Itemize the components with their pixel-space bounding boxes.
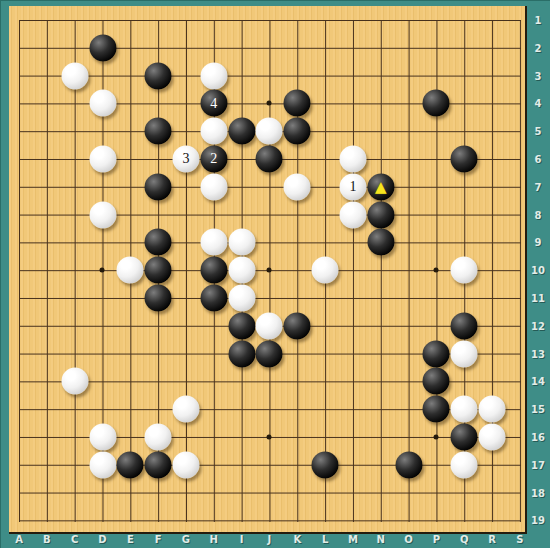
board-intersection-L13[interactable] [311, 340, 339, 368]
board-intersection-G1[interactable] [172, 6, 200, 34]
white-stone-D16[interactable] [89, 423, 116, 450]
board-intersection-F8[interactable] [144, 201, 172, 229]
board-intersection-B4[interactable] [33, 89, 61, 117]
board-intersection-J1[interactable] [256, 6, 284, 34]
board-intersection-O16[interactable] [395, 423, 423, 451]
board-intersection-M6[interactable] [339, 145, 367, 173]
board-intersection-K7[interactable] [283, 173, 311, 201]
board-intersection-K18[interactable] [283, 479, 311, 507]
board-intersection-N7[interactable]: ▲ [367, 173, 395, 201]
board-intersection-E16[interactable] [116, 423, 144, 451]
board-intersection-D7[interactable] [89, 173, 117, 201]
board-intersection-N4[interactable] [367, 89, 395, 117]
board-intersection-M14[interactable] [339, 367, 367, 395]
board-intersection-E9[interactable] [116, 228, 144, 256]
board-intersection-C7[interactable] [61, 173, 89, 201]
board-intersection-P11[interactable] [423, 284, 451, 312]
board-intersection-Q10[interactable] [450, 256, 478, 284]
board-intersection-B15[interactable] [33, 395, 61, 423]
board-intersection-O8[interactable] [395, 201, 423, 229]
black-stone-H6[interactable]: 2 [200, 145, 227, 172]
white-stone-D17[interactable] [89, 451, 116, 478]
board-intersection-I1[interactable] [228, 6, 256, 34]
board-intersection-K11[interactable] [283, 284, 311, 312]
board-intersection-O11[interactable] [395, 284, 423, 312]
board-intersection-F10[interactable] [144, 256, 172, 284]
board-intersection-S18[interactable] [506, 479, 534, 507]
board-intersection-J10[interactable] [256, 256, 284, 284]
board-intersection-K8[interactable] [283, 201, 311, 229]
board-intersection-D17[interactable] [89, 451, 117, 479]
board-intersection-I16[interactable] [228, 423, 256, 451]
board-intersection-O3[interactable] [395, 62, 423, 90]
board-intersection-M1[interactable] [339, 6, 367, 34]
board-intersection-J17[interactable] [256, 451, 284, 479]
board-intersection-E4[interactable] [116, 89, 144, 117]
board-intersection-F4[interactable] [144, 89, 172, 117]
black-stone-K5[interactable] [284, 118, 311, 145]
board-intersection-P16[interactable] [423, 423, 451, 451]
board-intersection-A10[interactable] [5, 256, 33, 284]
white-stone-D4[interactable] [89, 90, 116, 117]
board-intersection-J13[interactable] [256, 340, 284, 368]
board-intersection-D9[interactable] [89, 228, 117, 256]
board-intersection-O2[interactable] [395, 34, 423, 62]
board-intersection-O5[interactable] [395, 117, 423, 145]
board-intersection-K2[interactable] [283, 34, 311, 62]
board-intersection-O10[interactable] [395, 256, 423, 284]
white-stone-R16[interactable] [479, 423, 506, 450]
board-intersection-I11[interactable] [228, 284, 256, 312]
board-intersection-D19[interactable] [89, 506, 117, 534]
board-intersection-S5[interactable] [506, 117, 534, 145]
board-intersection-J2[interactable] [256, 34, 284, 62]
board-intersection-O18[interactable] [395, 479, 423, 507]
board-intersection-K1[interactable] [283, 6, 311, 34]
board-intersection-C14[interactable] [61, 367, 89, 395]
board-intersection-C4[interactable] [61, 89, 89, 117]
board-intersection-C2[interactable] [61, 34, 89, 62]
board-intersection-A19[interactable] [5, 506, 33, 534]
board-intersection-M2[interactable] [339, 34, 367, 62]
board-intersection-L7[interactable] [311, 173, 339, 201]
board-intersection-H7[interactable] [200, 173, 228, 201]
board-intersection-Q4[interactable] [450, 89, 478, 117]
board-intersection-M8[interactable] [339, 201, 367, 229]
board-intersection-R8[interactable] [478, 201, 506, 229]
board-intersection-K14[interactable] [283, 367, 311, 395]
board-intersection-G9[interactable] [172, 228, 200, 256]
board-intersection-G18[interactable] [172, 479, 200, 507]
board-intersection-B18[interactable] [33, 479, 61, 507]
white-stone-G15[interactable] [172, 396, 199, 423]
black-stone-E17[interactable] [117, 451, 144, 478]
board-intersection-P3[interactable] [423, 62, 451, 90]
white-stone-M7[interactable]: 1 [339, 173, 366, 200]
black-stone-Q6[interactable] [451, 145, 478, 172]
board-intersection-O7[interactable] [395, 173, 423, 201]
board-intersection-S17[interactable] [506, 451, 534, 479]
board-intersection-N9[interactable] [367, 228, 395, 256]
board-intersection-E10[interactable] [116, 256, 144, 284]
board-intersection-S14[interactable] [506, 367, 534, 395]
white-stone-H7[interactable] [200, 173, 227, 200]
board-intersection-D4[interactable] [89, 89, 117, 117]
board-intersection-B8[interactable] [33, 201, 61, 229]
board-intersection-H17[interactable] [200, 451, 228, 479]
board-intersection-Q9[interactable] [450, 228, 478, 256]
black-stone-I5[interactable] [228, 118, 255, 145]
board-intersection-A5[interactable] [5, 117, 33, 145]
board-intersection-P10[interactable] [423, 256, 451, 284]
board-intersection-C6[interactable] [61, 145, 89, 173]
white-stone-G17[interactable] [172, 451, 199, 478]
board-intersection-Q5[interactable] [450, 117, 478, 145]
board-intersection-R18[interactable] [478, 479, 506, 507]
board-intersection-L9[interactable] [311, 228, 339, 256]
board-intersection-O13[interactable] [395, 340, 423, 368]
board-intersection-E13[interactable] [116, 340, 144, 368]
black-stone-J6[interactable] [256, 145, 283, 172]
board-intersection-F11[interactable] [144, 284, 172, 312]
board-intersection-L15[interactable] [311, 395, 339, 423]
board-intersection-D8[interactable] [89, 201, 117, 229]
board-intersection-G8[interactable] [172, 201, 200, 229]
board-intersection-C13[interactable] [61, 340, 89, 368]
board-intersection-H12[interactable] [200, 312, 228, 340]
board-intersection-L2[interactable] [311, 34, 339, 62]
board-intersection-J3[interactable] [256, 62, 284, 90]
board-intersection-F6[interactable] [144, 145, 172, 173]
board-intersection-J9[interactable] [256, 228, 284, 256]
board-intersection-K19[interactable] [283, 506, 311, 534]
board-intersection-G6[interactable]: 3 [172, 145, 200, 173]
white-stone-H3[interactable] [200, 62, 227, 89]
board-intersection-F12[interactable] [144, 312, 172, 340]
black-stone-H10[interactable] [200, 257, 227, 284]
black-stone-P14[interactable] [423, 368, 450, 395]
board-intersection-I10[interactable] [228, 256, 256, 284]
board-intersection-H5[interactable] [200, 117, 228, 145]
board-intersection-J19[interactable] [256, 506, 284, 534]
board-intersection-P13[interactable] [423, 340, 451, 368]
board-intersection-Q3[interactable] [450, 62, 478, 90]
black-stone-F11[interactable] [145, 284, 172, 311]
black-stone-F7[interactable] [145, 173, 172, 200]
board-intersection-B1[interactable] [33, 6, 61, 34]
board-intersection-E17[interactable] [116, 451, 144, 479]
board-intersection-P7[interactable] [423, 173, 451, 201]
board-intersection-E1[interactable] [116, 6, 144, 34]
board-intersection-N14[interactable] [367, 367, 395, 395]
board-intersection-Q11[interactable] [450, 284, 478, 312]
board-intersection-F19[interactable] [144, 506, 172, 534]
board-intersection-J12[interactable] [256, 312, 284, 340]
board-intersection-J5[interactable] [256, 117, 284, 145]
board-intersection-I3[interactable] [228, 62, 256, 90]
board-intersection-N12[interactable] [367, 312, 395, 340]
board-intersection-C15[interactable] [61, 395, 89, 423]
board-intersection-P12[interactable] [423, 312, 451, 340]
board-intersection-L8[interactable] [311, 201, 339, 229]
board-intersection-E2[interactable] [116, 34, 144, 62]
board-intersection-D1[interactable] [89, 6, 117, 34]
board-intersection-H18[interactable] [200, 479, 228, 507]
board-intersection-F14[interactable] [144, 367, 172, 395]
black-stone-P15[interactable] [423, 396, 450, 423]
board-intersection-P9[interactable] [423, 228, 451, 256]
board-intersection-N6[interactable] [367, 145, 395, 173]
board-intersection-P19[interactable] [423, 506, 451, 534]
board-intersection-Q13[interactable] [450, 340, 478, 368]
board-intersection-N19[interactable] [367, 506, 395, 534]
board-intersection-D10[interactable] [89, 256, 117, 284]
board-intersection-L19[interactable] [311, 506, 339, 534]
white-stone-E10[interactable] [117, 257, 144, 284]
board-intersection-H2[interactable] [200, 34, 228, 62]
board-intersection-J4[interactable] [256, 89, 284, 117]
board-intersection-F17[interactable] [144, 451, 172, 479]
board-intersection-L18[interactable] [311, 479, 339, 507]
white-stone-D8[interactable] [89, 201, 116, 228]
board-intersection-G7[interactable] [172, 173, 200, 201]
board-intersection-M7[interactable]: 1 [339, 173, 367, 201]
board-intersection-M15[interactable] [339, 395, 367, 423]
board-intersection-N17[interactable] [367, 451, 395, 479]
black-stone-F17[interactable] [145, 451, 172, 478]
board-intersection-Q16[interactable] [450, 423, 478, 451]
board-intersection-N11[interactable] [367, 284, 395, 312]
board-intersection-Q17[interactable] [450, 451, 478, 479]
board-intersection-G4[interactable] [172, 89, 200, 117]
board-intersection-A3[interactable] [5, 62, 33, 90]
board-intersection-E6[interactable] [116, 145, 144, 173]
board-intersection-A16[interactable] [5, 423, 33, 451]
board-intersection-N16[interactable] [367, 423, 395, 451]
board-intersection-E18[interactable] [116, 479, 144, 507]
black-stone-F5[interactable] [145, 118, 172, 145]
board-intersection-G3[interactable] [172, 62, 200, 90]
board-intersection-C8[interactable] [61, 201, 89, 229]
board-intersection-N15[interactable] [367, 395, 395, 423]
board-intersection-P6[interactable] [423, 145, 451, 173]
board-intersection-G12[interactable] [172, 312, 200, 340]
black-stone-I12[interactable] [228, 312, 255, 339]
board-intersection-Q6[interactable] [450, 145, 478, 173]
board-intersection-D6[interactable] [89, 145, 117, 173]
board-intersection-A11[interactable] [5, 284, 33, 312]
board-intersection-C17[interactable] [61, 451, 89, 479]
board-intersection-H8[interactable] [200, 201, 228, 229]
board-intersection-A14[interactable] [5, 367, 33, 395]
board-intersection-Q12[interactable] [450, 312, 478, 340]
board-intersection-L12[interactable] [311, 312, 339, 340]
board-intersection-G15[interactable] [172, 395, 200, 423]
board-intersection-S13[interactable] [506, 340, 534, 368]
board-intersection-R16[interactable] [478, 423, 506, 451]
white-stone-C3[interactable] [61, 62, 88, 89]
board-intersection-A17[interactable] [5, 451, 33, 479]
board-intersection-B19[interactable] [33, 506, 61, 534]
board-intersection-A1[interactable] [5, 6, 33, 34]
white-stone-C14[interactable] [61, 368, 88, 395]
board-intersection-K9[interactable] [283, 228, 311, 256]
board-intersection-A18[interactable] [5, 479, 33, 507]
board-intersection-G16[interactable] [172, 423, 200, 451]
black-stone-Q16[interactable] [451, 423, 478, 450]
board-intersection-I9[interactable] [228, 228, 256, 256]
board-intersection-Q18[interactable] [450, 479, 478, 507]
board-intersection-I15[interactable] [228, 395, 256, 423]
board-intersection-K13[interactable] [283, 340, 311, 368]
board-intersection-R2[interactable] [478, 34, 506, 62]
board-intersection-I14[interactable] [228, 367, 256, 395]
white-stone-K7[interactable] [284, 173, 311, 200]
board-intersection-P14[interactable] [423, 367, 451, 395]
board-intersection-J7[interactable] [256, 173, 284, 201]
board-intersection-C19[interactable] [61, 506, 89, 534]
board-intersection-S11[interactable] [506, 284, 534, 312]
board-intersection-O17[interactable] [395, 451, 423, 479]
board-intersection-N5[interactable] [367, 117, 395, 145]
board-intersection-O12[interactable] [395, 312, 423, 340]
board-intersection-B3[interactable] [33, 62, 61, 90]
board-intersection-A6[interactable] [5, 145, 33, 173]
board-intersection-C1[interactable] [61, 6, 89, 34]
board-intersection-H16[interactable] [200, 423, 228, 451]
black-stone-J13[interactable] [256, 340, 283, 367]
board-intersection-A12[interactable] [5, 312, 33, 340]
board-intersection-D12[interactable] [89, 312, 117, 340]
white-stone-L10[interactable] [312, 257, 339, 284]
board-intersection-R12[interactable] [478, 312, 506, 340]
board-intersection-P5[interactable] [423, 117, 451, 145]
black-stone-K12[interactable] [284, 312, 311, 339]
board-intersection-S1[interactable] [506, 6, 534, 34]
black-stone-I13[interactable] [228, 340, 255, 367]
board-intersection-Q7[interactable] [450, 173, 478, 201]
board-intersection-D14[interactable] [89, 367, 117, 395]
board-intersection-I13[interactable] [228, 340, 256, 368]
board-intersection-O15[interactable] [395, 395, 423, 423]
board-intersection-R3[interactable] [478, 62, 506, 90]
board-intersection-M9[interactable] [339, 228, 367, 256]
board-intersection-K6[interactable] [283, 145, 311, 173]
white-stone-Q15[interactable] [451, 396, 478, 423]
board-intersection-H6[interactable]: 2 [200, 145, 228, 173]
board-intersection-R6[interactable] [478, 145, 506, 173]
board-intersection-I6[interactable] [228, 145, 256, 173]
board-intersection-M3[interactable] [339, 62, 367, 90]
board-intersection-Q8[interactable] [450, 201, 478, 229]
board-intersection-A8[interactable] [5, 201, 33, 229]
black-stone-F10[interactable] [145, 257, 172, 284]
board-intersection-S19[interactable] [506, 506, 534, 534]
board-intersection-J8[interactable] [256, 201, 284, 229]
board-intersection-B12[interactable] [33, 312, 61, 340]
board-intersection-F2[interactable] [144, 34, 172, 62]
white-stone-J12[interactable] [256, 312, 283, 339]
board-intersection-N18[interactable] [367, 479, 395, 507]
board-intersection-B17[interactable] [33, 451, 61, 479]
board-intersection-G17[interactable] [172, 451, 200, 479]
board-intersection-R10[interactable] [478, 256, 506, 284]
board-intersection-Q14[interactable] [450, 367, 478, 395]
black-stone-D2[interactable] [89, 34, 116, 61]
board-intersection-H19[interactable] [200, 506, 228, 534]
board-intersection-D13[interactable] [89, 340, 117, 368]
board-intersection-R4[interactable] [478, 89, 506, 117]
board-intersection-J16[interactable] [256, 423, 284, 451]
board-intersection-B2[interactable] [33, 34, 61, 62]
board-intersection-C18[interactable] [61, 479, 89, 507]
board-intersection-J6[interactable] [256, 145, 284, 173]
board-intersection-R15[interactable] [478, 395, 506, 423]
black-stone-Q12[interactable] [451, 312, 478, 339]
board-intersection-F1[interactable] [144, 6, 172, 34]
board-intersection-B11[interactable] [33, 284, 61, 312]
board-intersection-D18[interactable] [89, 479, 117, 507]
board-intersection-I8[interactable] [228, 201, 256, 229]
black-stone-P13[interactable] [423, 340, 450, 367]
board-intersection-P18[interactable] [423, 479, 451, 507]
board-intersection-C10[interactable] [61, 256, 89, 284]
board-intersection-O1[interactable] [395, 6, 423, 34]
board-intersection-K15[interactable] [283, 395, 311, 423]
board-intersection-M13[interactable] [339, 340, 367, 368]
board-intersection-R13[interactable] [478, 340, 506, 368]
board-intersection-G13[interactable] [172, 340, 200, 368]
board-intersection-L6[interactable] [311, 145, 339, 173]
board-intersection-H14[interactable] [200, 367, 228, 395]
board-intersection-G2[interactable] [172, 34, 200, 62]
board-intersection-I12[interactable] [228, 312, 256, 340]
board-intersection-F15[interactable] [144, 395, 172, 423]
white-stone-J5[interactable] [256, 118, 283, 145]
white-stone-Q10[interactable] [451, 257, 478, 284]
board-intersection-K12[interactable] [283, 312, 311, 340]
black-stone-N7[interactable]: ▲ [367, 173, 394, 200]
board-intersection-I7[interactable] [228, 173, 256, 201]
board-intersection-D3[interactable] [89, 62, 117, 90]
board-intersection-R9[interactable] [478, 228, 506, 256]
board-intersection-R14[interactable] [478, 367, 506, 395]
board-intersection-Q2[interactable] [450, 34, 478, 62]
board-intersection-R1[interactable] [478, 6, 506, 34]
board-intersection-K3[interactable] [283, 62, 311, 90]
board-intersection-I17[interactable] [228, 451, 256, 479]
board-intersection-R17[interactable] [478, 451, 506, 479]
board-intersection-B9[interactable] [33, 228, 61, 256]
board-intersection-A4[interactable] [5, 89, 33, 117]
board-intersection-O9[interactable] [395, 228, 423, 256]
board-intersection-M16[interactable] [339, 423, 367, 451]
board-intersection-G11[interactable] [172, 284, 200, 312]
board-intersection-M10[interactable] [339, 256, 367, 284]
board-intersection-R19[interactable] [478, 506, 506, 534]
board-intersection-F16[interactable] [144, 423, 172, 451]
board-intersection-N10[interactable] [367, 256, 395, 284]
board-intersection-A13[interactable] [5, 340, 33, 368]
board-intersection-L5[interactable] [311, 117, 339, 145]
board-intersection-H3[interactable] [200, 62, 228, 90]
white-stone-F16[interactable] [145, 423, 172, 450]
board-intersection-I5[interactable] [228, 117, 256, 145]
board-intersection-E8[interactable] [116, 201, 144, 229]
white-stone-M8[interactable] [339, 201, 366, 228]
white-stone-I9[interactable] [228, 229, 255, 256]
board-intersection-L3[interactable] [311, 62, 339, 90]
